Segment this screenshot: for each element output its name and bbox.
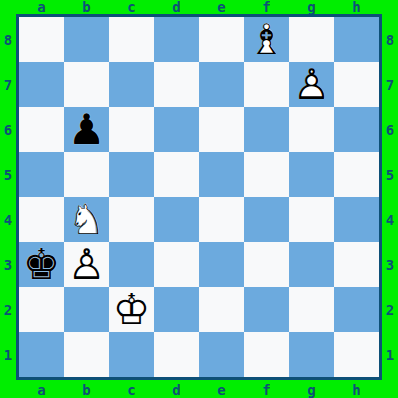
piece-white-bishop[interactable]: ♝♗ bbox=[244, 17, 289, 62]
square-g5[interactable] bbox=[289, 152, 334, 197]
square-c1[interactable] bbox=[109, 332, 154, 377]
file-label-h-top: h bbox=[334, 0, 379, 15]
piece-white-pawn[interactable]: ♟♙ bbox=[289, 62, 334, 107]
file-label-a-top: a bbox=[19, 0, 64, 15]
rank-label-3-right: 3 bbox=[382, 242, 398, 287]
square-a2[interactable] bbox=[19, 287, 64, 332]
white-pawn-outline-icon: ♙ bbox=[289, 62, 334, 107]
piece-white-knight[interactable]: ♞♘ bbox=[64, 197, 109, 242]
black-king-icon: ♚ bbox=[19, 242, 64, 287]
square-c2[interactable]: ♚♔ bbox=[109, 287, 154, 332]
square-a1[interactable] bbox=[19, 332, 64, 377]
square-b3[interactable]: ♟♙ bbox=[64, 242, 109, 287]
file-label-c-bottom: c bbox=[109, 383, 154, 398]
rank-label-6-left: 6 bbox=[0, 107, 16, 152]
file-label-c-top: c bbox=[109, 0, 154, 15]
square-e7[interactable] bbox=[199, 62, 244, 107]
file-label-g-top: g bbox=[289, 0, 334, 15]
square-f8[interactable]: ♝♗ bbox=[244, 17, 289, 62]
square-g6[interactable] bbox=[289, 107, 334, 152]
white-knight-outline-icon: ♘ bbox=[64, 197, 109, 242]
square-c3[interactable] bbox=[109, 242, 154, 287]
file-label-d-bottom: d bbox=[154, 383, 199, 398]
rank-label-2-right: 2 bbox=[382, 287, 398, 332]
rank-label-7-left: 7 bbox=[0, 62, 16, 107]
square-e2[interactable] bbox=[199, 287, 244, 332]
square-a4[interactable] bbox=[19, 197, 64, 242]
square-h5[interactable] bbox=[334, 152, 379, 197]
square-c5[interactable] bbox=[109, 152, 154, 197]
square-f5[interactable] bbox=[244, 152, 289, 197]
file-label-e-top: e bbox=[199, 0, 244, 15]
square-d2[interactable] bbox=[154, 287, 199, 332]
rank-label-2-left: 2 bbox=[0, 287, 16, 332]
file-label-b-top: b bbox=[64, 0, 109, 15]
square-e3[interactable] bbox=[199, 242, 244, 287]
square-a7[interactable] bbox=[19, 62, 64, 107]
square-b4[interactable]: ♞♘ bbox=[64, 197, 109, 242]
piece-white-king[interactable]: ♚♔ bbox=[109, 287, 154, 332]
square-d6[interactable] bbox=[154, 107, 199, 152]
piece-white-pawn[interactable]: ♟♙ bbox=[64, 242, 109, 287]
square-h1[interactable] bbox=[334, 332, 379, 377]
file-label-h-bottom: h bbox=[334, 383, 379, 398]
square-f7[interactable] bbox=[244, 62, 289, 107]
rank-labels-right: 87654321 bbox=[382, 17, 398, 377]
square-c4[interactable] bbox=[109, 197, 154, 242]
square-h7[interactable] bbox=[334, 62, 379, 107]
rank-label-1-right: 1 bbox=[382, 332, 398, 377]
square-c7[interactable] bbox=[109, 62, 154, 107]
file-label-a-bottom: a bbox=[19, 383, 64, 398]
square-b5[interactable] bbox=[64, 152, 109, 197]
file-label-f-bottom: f bbox=[244, 383, 289, 398]
square-e8[interactable] bbox=[199, 17, 244, 62]
file-labels-bottom: abcdefgh bbox=[19, 383, 379, 397]
rank-label-5-left: 5 bbox=[0, 152, 16, 197]
square-d7[interactable] bbox=[154, 62, 199, 107]
square-e4[interactable] bbox=[199, 197, 244, 242]
square-h4[interactable] bbox=[334, 197, 379, 242]
piece-black-king[interactable]: ♚ bbox=[19, 242, 64, 287]
white-pawn-outline-icon: ♙ bbox=[64, 242, 109, 287]
square-g8[interactable] bbox=[289, 17, 334, 62]
file-label-b-bottom: b bbox=[64, 383, 109, 398]
square-e6[interactable] bbox=[199, 107, 244, 152]
square-d4[interactable] bbox=[154, 197, 199, 242]
black-pawn-icon: ♟ bbox=[64, 107, 109, 152]
piece-black-pawn[interactable]: ♟ bbox=[64, 107, 109, 152]
square-c8[interactable] bbox=[109, 17, 154, 62]
square-d5[interactable] bbox=[154, 152, 199, 197]
rank-label-4-right: 4 bbox=[382, 197, 398, 242]
square-f4[interactable] bbox=[244, 197, 289, 242]
rank-label-3-left: 3 bbox=[0, 242, 16, 287]
square-g3[interactable] bbox=[289, 242, 334, 287]
square-h2[interactable] bbox=[334, 287, 379, 332]
square-d1[interactable] bbox=[154, 332, 199, 377]
square-d8[interactable] bbox=[154, 17, 199, 62]
square-a5[interactable] bbox=[19, 152, 64, 197]
white-bishop-outline-icon: ♗ bbox=[244, 17, 289, 62]
square-h3[interactable] bbox=[334, 242, 379, 287]
square-f2[interactable] bbox=[244, 287, 289, 332]
square-h6[interactable] bbox=[334, 107, 379, 152]
square-d3[interactable] bbox=[154, 242, 199, 287]
square-a6[interactable] bbox=[19, 107, 64, 152]
file-label-e-bottom: e bbox=[199, 383, 244, 398]
rank-label-1-left: 1 bbox=[0, 332, 16, 377]
square-g1[interactable] bbox=[289, 332, 334, 377]
square-b1[interactable] bbox=[64, 332, 109, 377]
rank-labels-left: 87654321 bbox=[0, 17, 16, 377]
square-e1[interactable] bbox=[199, 332, 244, 377]
square-a3[interactable]: ♚ bbox=[19, 242, 64, 287]
chess-diagram: abcdefgh abcdefgh 87654321 87654321 ♝♗♟♙… bbox=[0, 0, 398, 398]
square-f1[interactable] bbox=[244, 332, 289, 377]
rank-label-8-right: 8 bbox=[382, 17, 398, 62]
file-label-g-bottom: g bbox=[289, 383, 334, 398]
chess-board: ♝♗♟♙♟♞♘♚♟♙♚♔ bbox=[16, 14, 382, 380]
file-label-f-top: f bbox=[244, 0, 289, 15]
file-label-d-top: d bbox=[154, 0, 199, 15]
square-b6[interactable]: ♟ bbox=[64, 107, 109, 152]
rank-label-8-left: 8 bbox=[0, 17, 16, 62]
rank-label-6-right: 6 bbox=[382, 107, 398, 152]
square-e5[interactable] bbox=[199, 152, 244, 197]
square-a8[interactable] bbox=[19, 17, 64, 62]
square-f6[interactable] bbox=[244, 107, 289, 152]
square-b8[interactable] bbox=[64, 17, 109, 62]
white-king-outline-icon: ♔ bbox=[109, 287, 154, 332]
rank-label-5-right: 5 bbox=[382, 152, 398, 197]
rank-label-4-left: 4 bbox=[0, 197, 16, 242]
square-g2[interactable] bbox=[289, 287, 334, 332]
square-f3[interactable] bbox=[244, 242, 289, 287]
square-b2[interactable] bbox=[64, 287, 109, 332]
square-h8[interactable] bbox=[334, 17, 379, 62]
file-labels-top: abcdefgh bbox=[19, 0, 379, 14]
rank-label-7-right: 7 bbox=[382, 62, 398, 107]
square-b7[interactable] bbox=[64, 62, 109, 107]
square-c6[interactable] bbox=[109, 107, 154, 152]
square-g7[interactable]: ♟♙ bbox=[289, 62, 334, 107]
square-g4[interactable] bbox=[289, 197, 334, 242]
